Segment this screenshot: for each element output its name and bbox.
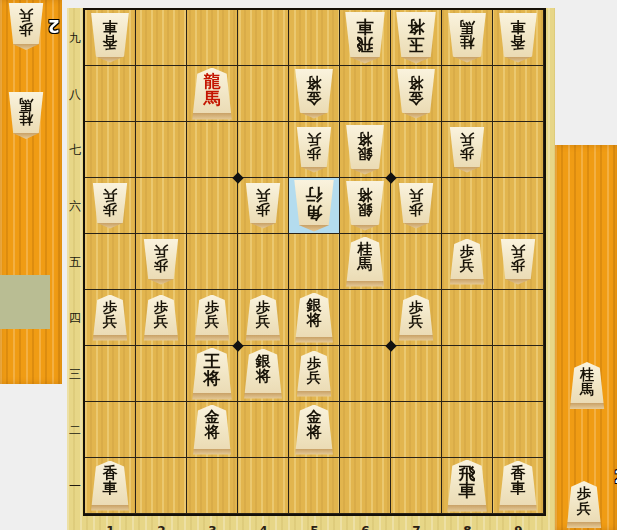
piece-kanji: 歩兵 bbox=[90, 295, 130, 341]
shogi-piece-歩兵[interactable]: 歩兵 bbox=[141, 295, 181, 341]
square-7三[interactable] bbox=[391, 346, 442, 402]
file-label-2: 2 bbox=[136, 524, 187, 530]
square-2五[interactable]: 歩兵 bbox=[136, 234, 187, 290]
square-4一[interactable] bbox=[238, 458, 289, 514]
square-3三[interactable]: 王将 bbox=[187, 346, 238, 402]
shogi-piece-桂馬[interactable]: 桂馬 bbox=[6, 92, 46, 139]
square-2一[interactable] bbox=[136, 458, 187, 514]
gote-hand-桂馬: 桂馬 bbox=[567, 362, 615, 412]
square-3七[interactable] bbox=[187, 122, 238, 178]
rank-label-2: 二 bbox=[67, 402, 83, 458]
piece-kanji: 銀将 bbox=[343, 125, 387, 175]
piece-kanji: 王将 bbox=[189, 348, 235, 400]
square-2二[interactable] bbox=[136, 402, 187, 458]
file-label-4: 4 bbox=[238, 524, 289, 530]
piece-kanji: 飛車 bbox=[444, 460, 490, 512]
square-8六[interactable] bbox=[442, 178, 493, 234]
piece-kanji: 歩兵 bbox=[243, 295, 283, 341]
square-3一[interactable] bbox=[187, 458, 238, 514]
sente-hand-歩兵: 歩兵2 bbox=[6, 3, 54, 53]
square-8五[interactable]: 歩兵 bbox=[442, 234, 493, 290]
piece-kanji: 香車 bbox=[88, 13, 132, 63]
piece-kanji: 金将 bbox=[394, 69, 438, 119]
shogi-piece-桂馬[interactable]: 桂馬 bbox=[567, 362, 607, 409]
square-1八[interactable] bbox=[85, 66, 136, 122]
piece-kanji: 歩兵 bbox=[564, 481, 604, 528]
shogi-piece-銀将[interactable]: 銀将 bbox=[343, 181, 387, 231]
rank-label-3: 三 bbox=[67, 346, 83, 402]
shogi-piece-王将[interactable]: 王将 bbox=[189, 348, 235, 400]
square-4七[interactable] bbox=[238, 122, 289, 178]
piece-kanji: 角行 bbox=[291, 180, 337, 232]
shogi-piece-歩兵[interactable]: 歩兵 bbox=[396, 295, 436, 341]
square-6九[interactable]: 飛車 bbox=[340, 10, 391, 66]
shogi-piece-歩兵[interactable]: 歩兵 bbox=[396, 183, 436, 229]
square-8八[interactable] bbox=[442, 66, 493, 122]
square-1五[interactable] bbox=[85, 234, 136, 290]
gote-hand-歩兵: 歩兵2 bbox=[564, 481, 612, 530]
square-2三[interactable] bbox=[136, 346, 187, 402]
shogi-piece-角行[interactable]: 角行 bbox=[291, 180, 337, 232]
shogi-piece-歩兵[interactable]: 歩兵 bbox=[294, 351, 334, 397]
shogi-piece-香車[interactable]: 香車 bbox=[496, 13, 540, 63]
piece-kanji: 歩兵 bbox=[447, 239, 487, 285]
square-2四[interactable]: 歩兵 bbox=[136, 290, 187, 346]
shogi-piece-飛車[interactable]: 飛車 bbox=[342, 12, 388, 64]
shogi-piece-桂馬[interactable]: 桂馬 bbox=[445, 13, 489, 63]
rank-label-5: 五 bbox=[67, 234, 83, 290]
square-1六[interactable]: 歩兵 bbox=[85, 178, 136, 234]
square-9九[interactable]: 香車 bbox=[493, 10, 544, 66]
stand-pad bbox=[0, 275, 50, 329]
piece-kanji: 歩兵 bbox=[141, 295, 181, 341]
piece-kanji: 桂馬 bbox=[6, 92, 46, 139]
square-1二[interactable] bbox=[85, 402, 136, 458]
square-1一[interactable]: 香車 bbox=[85, 458, 136, 514]
piece-kanji: 香車 bbox=[496, 461, 540, 511]
square-8二[interactable] bbox=[442, 402, 493, 458]
square-9八[interactable] bbox=[493, 66, 544, 122]
square-9四[interactable] bbox=[493, 290, 544, 346]
square-4九[interactable] bbox=[238, 10, 289, 66]
piece-kanji: 桂馬 bbox=[445, 13, 489, 63]
file-label-9: 9 bbox=[493, 524, 544, 530]
square-3八[interactable]: 龍馬 bbox=[187, 66, 238, 122]
square-7八[interactable]: 金将 bbox=[391, 66, 442, 122]
sente-hand-桂馬: 桂馬 bbox=[6, 92, 54, 142]
square-7一[interactable] bbox=[391, 458, 442, 514]
piece-kanji: 桂馬 bbox=[343, 237, 387, 287]
square-1三[interactable] bbox=[85, 346, 136, 402]
shogi-piece-歩兵[interactable]: 歩兵 bbox=[243, 183, 283, 229]
square-5一[interactable] bbox=[289, 458, 340, 514]
shogi-piece-桂馬[interactable]: 桂馬 bbox=[343, 237, 387, 287]
rank-label-8: 八 bbox=[67, 66, 83, 122]
square-5三[interactable]: 歩兵 bbox=[289, 346, 340, 402]
shogi-piece-歩兵[interactable]: 歩兵 bbox=[294, 127, 334, 173]
square-2六[interactable] bbox=[136, 178, 187, 234]
square-6六[interactable]: 銀将 bbox=[340, 178, 391, 234]
shogi-piece-歩兵[interactable]: 歩兵 bbox=[192, 295, 232, 341]
square-5六[interactable]: 角行 bbox=[289, 178, 340, 234]
square-4二[interactable] bbox=[238, 402, 289, 458]
piece-kanji: 龍馬 bbox=[189, 68, 235, 120]
rank-label-6: 六 bbox=[67, 178, 83, 234]
shogi-piece-金将[interactable]: 金将 bbox=[394, 69, 438, 119]
rank-label-4: 四 bbox=[67, 290, 83, 346]
square-3二[interactable]: 金将 bbox=[187, 402, 238, 458]
square-9七[interactable] bbox=[493, 122, 544, 178]
shogi-piece-歩兵[interactable]: 歩兵 bbox=[141, 239, 181, 285]
square-6八[interactable] bbox=[340, 66, 391, 122]
square-7九[interactable]: 玉将 bbox=[391, 10, 442, 66]
square-6七[interactable]: 銀将 bbox=[340, 122, 391, 178]
piece-kanji: 金将 bbox=[190, 405, 234, 455]
piece-kanji: 金将 bbox=[292, 69, 336, 119]
rank-label-7: 七 bbox=[67, 122, 83, 178]
square-2七[interactable] bbox=[136, 122, 187, 178]
shogi-piece-歩兵[interactable]: 歩兵 bbox=[564, 481, 604, 528]
piece-kanji: 銀将 bbox=[292, 293, 336, 343]
piece-kanji: 歩兵 bbox=[141, 239, 181, 285]
square-8七[interactable]: 歩兵 bbox=[442, 122, 493, 178]
file-label-7: 7 bbox=[391, 524, 442, 530]
square-8一[interactable]: 飛車 bbox=[442, 458, 493, 514]
gote-hand-stand: 桂馬歩兵2 bbox=[555, 145, 617, 530]
shogi-piece-香車[interactable]: 香車 bbox=[88, 13, 132, 63]
square-3五[interactable] bbox=[187, 234, 238, 290]
rank-label-1: 一 bbox=[67, 458, 83, 514]
square-4三[interactable]: 銀将 bbox=[238, 346, 289, 402]
shogi-piece-歩兵[interactable]: 歩兵 bbox=[90, 183, 130, 229]
square-4四[interactable]: 歩兵 bbox=[238, 290, 289, 346]
piece-kanji: 歩兵 bbox=[6, 3, 46, 50]
shogi-piece-玉将[interactable]: 玉将 bbox=[393, 12, 439, 64]
square-7五[interactable] bbox=[391, 234, 442, 290]
piece-kanji: 飛車 bbox=[342, 12, 388, 64]
square-3六[interactable] bbox=[187, 178, 238, 234]
square-4五[interactable] bbox=[238, 234, 289, 290]
shogi-board[interactable]: 香車飛車玉将桂馬香車龍馬金将金将歩兵銀将歩兵歩兵歩兵角行銀将歩兵歩兵桂馬歩兵歩兵… bbox=[83, 8, 546, 516]
file-label-8: 8 bbox=[442, 524, 493, 530]
shogi-piece-銀将[interactable]: 銀将 bbox=[292, 293, 336, 343]
shogi-piece-歩兵[interactable]: 歩兵 bbox=[447, 239, 487, 285]
square-6五[interactable]: 桂馬 bbox=[340, 234, 391, 290]
square-1九[interactable]: 香車 bbox=[85, 10, 136, 66]
square-9三[interactable] bbox=[493, 346, 544, 402]
square-2九[interactable] bbox=[136, 10, 187, 66]
piece-kanji: 歩兵 bbox=[192, 295, 232, 341]
shogi-piece-歩兵[interactable]: 歩兵 bbox=[243, 295, 283, 341]
square-6四[interactable] bbox=[340, 290, 391, 346]
piece-kanji: 歩兵 bbox=[243, 183, 283, 229]
file-labels: 123456789 bbox=[85, 524, 544, 530]
piece-kanji: 玉将 bbox=[393, 12, 439, 64]
piece-kanji: 香車 bbox=[496, 13, 540, 63]
shogi-piece-龍馬-promoted[interactable]: 龍馬 bbox=[189, 68, 235, 120]
shogi-piece-銀将[interactable]: 銀将 bbox=[343, 125, 387, 175]
shogi-piece-金将[interactable]: 金将 bbox=[292, 69, 336, 119]
shogi-piece-香車[interactable]: 香車 bbox=[88, 461, 132, 511]
square-9六[interactable] bbox=[493, 178, 544, 234]
piece-kanji: 金将 bbox=[292, 405, 336, 455]
square-8四[interactable] bbox=[442, 290, 493, 346]
shogi-piece-香車[interactable]: 香車 bbox=[496, 461, 540, 511]
square-5七[interactable]: 歩兵 bbox=[289, 122, 340, 178]
square-1七[interactable] bbox=[85, 122, 136, 178]
hand-count: 2 bbox=[48, 17, 60, 34]
square-9五[interactable]: 歩兵 bbox=[493, 234, 544, 290]
piece-kanji: 歩兵 bbox=[396, 295, 436, 341]
file-label-5: 5 bbox=[289, 524, 340, 530]
shogi-piece-歩兵[interactable]: 歩兵 bbox=[498, 239, 538, 285]
shogi-piece-金将[interactable]: 金将 bbox=[190, 405, 234, 455]
file-label-1: 1 bbox=[85, 524, 136, 530]
square-4六[interactable]: 歩兵 bbox=[238, 178, 289, 234]
square-5八[interactable]: 金将 bbox=[289, 66, 340, 122]
square-7四[interactable]: 歩兵 bbox=[391, 290, 442, 346]
square-3九[interactable] bbox=[187, 10, 238, 66]
sente-hand-stand: 歩兵2桂馬 bbox=[0, 0, 62, 384]
shogi-piece-歩兵[interactable]: 歩兵 bbox=[447, 127, 487, 173]
square-7六[interactable]: 歩兵 bbox=[391, 178, 442, 234]
rank-label-9: 九 bbox=[67, 10, 83, 66]
shogi-piece-飛車[interactable]: 飛車 bbox=[444, 460, 490, 512]
file-label-3: 3 bbox=[187, 524, 238, 530]
shogi-board-frame: 九八七六五四三二一 香車飛車玉将桂馬香車龍馬金将金将歩兵銀将歩兵歩兵歩兵角行銀将… bbox=[67, 8, 555, 530]
square-5四[interactable]: 銀将 bbox=[289, 290, 340, 346]
piece-kanji: 歩兵 bbox=[90, 183, 130, 229]
shogi-piece-銀将[interactable]: 銀将 bbox=[241, 349, 285, 399]
piece-kanji: 歩兵 bbox=[396, 183, 436, 229]
square-6三[interactable] bbox=[340, 346, 391, 402]
piece-kanji: 香車 bbox=[88, 461, 132, 511]
square-1四[interactable]: 歩兵 bbox=[85, 290, 136, 346]
piece-kanji: 銀将 bbox=[241, 349, 285, 399]
square-7二[interactable] bbox=[391, 402, 442, 458]
piece-kanji: 銀将 bbox=[343, 181, 387, 231]
square-5五[interactable] bbox=[289, 234, 340, 290]
square-5二[interactable]: 金将 bbox=[289, 402, 340, 458]
piece-kanji: 桂馬 bbox=[567, 362, 607, 409]
piece-kanji: 歩兵 bbox=[294, 351, 334, 397]
square-8九[interactable]: 桂馬 bbox=[442, 10, 493, 66]
shogi-piece-歩兵[interactable]: 歩兵 bbox=[90, 295, 130, 341]
square-4八[interactable] bbox=[238, 66, 289, 122]
square-3四[interactable]: 歩兵 bbox=[187, 290, 238, 346]
square-5九[interactable] bbox=[289, 10, 340, 66]
rank-labels: 九八七六五四三二一 bbox=[67, 10, 83, 514]
square-6一[interactable] bbox=[340, 458, 391, 514]
file-label-6: 6 bbox=[340, 524, 391, 530]
piece-kanji: 歩兵 bbox=[498, 239, 538, 285]
shogi-piece-歩兵[interactable]: 歩兵 bbox=[6, 3, 46, 50]
square-8三[interactable] bbox=[442, 346, 493, 402]
square-9一[interactable]: 香車 bbox=[493, 458, 544, 514]
square-2八[interactable] bbox=[136, 66, 187, 122]
piece-kanji: 歩兵 bbox=[447, 127, 487, 173]
square-7七[interactable] bbox=[391, 122, 442, 178]
shogi-piece-金将[interactable]: 金将 bbox=[292, 405, 336, 455]
square-6二[interactable] bbox=[340, 402, 391, 458]
piece-kanji: 歩兵 bbox=[294, 127, 334, 173]
square-9二[interactable] bbox=[493, 402, 544, 458]
